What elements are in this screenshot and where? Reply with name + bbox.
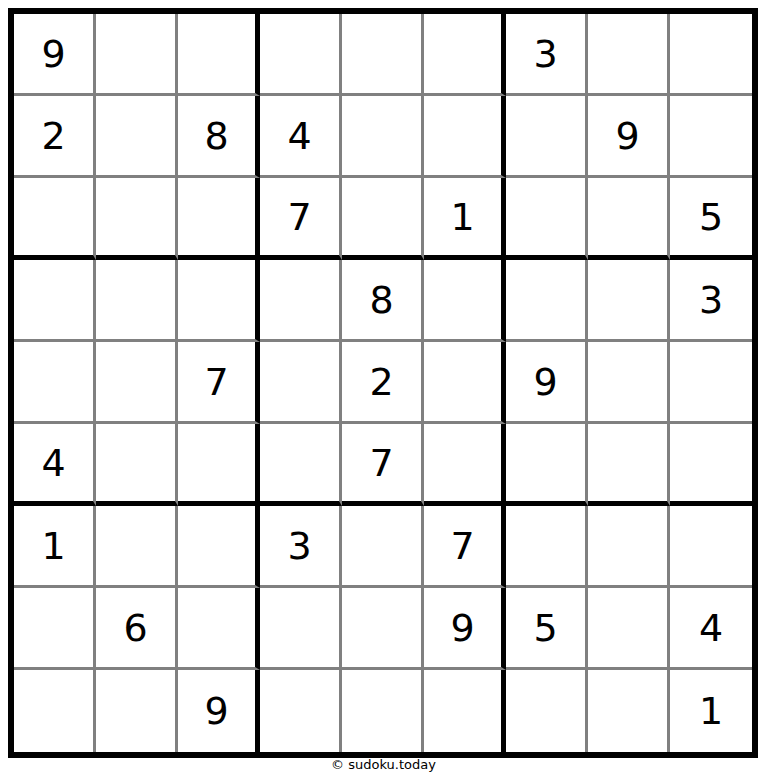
cell-r4c6[interactable]: [424, 260, 506, 342]
cell-r4c4[interactable]: [260, 260, 342, 342]
cell-r6c7[interactable]: [506, 424, 588, 506]
cell-r8c1[interactable]: [14, 588, 96, 670]
cell-r5c3: 7: [178, 342, 260, 424]
cell-r2c6[interactable]: [424, 96, 506, 178]
cell-r6c8[interactable]: [588, 424, 670, 506]
cell-r4c8[interactable]: [588, 260, 670, 342]
cell-r9c7[interactable]: [506, 670, 588, 752]
cell-r5c1[interactable]: [14, 342, 96, 424]
cell-r8c5[interactable]: [342, 588, 424, 670]
cell-r8c8[interactable]: [588, 588, 670, 670]
cell-r8c3[interactable]: [178, 588, 260, 670]
cell-r4c2[interactable]: [96, 260, 178, 342]
cell-r3c6: 1: [424, 178, 506, 260]
cell-r1c5[interactable]: [342, 14, 424, 96]
cell-r7c9[interactable]: [670, 506, 752, 588]
cell-r8c4[interactable]: [260, 588, 342, 670]
cell-r4c3[interactable]: [178, 260, 260, 342]
cell-r6c9[interactable]: [670, 424, 752, 506]
cell-r4c1[interactable]: [14, 260, 96, 342]
cell-r4c9: 3: [670, 260, 752, 342]
cell-r8c6: 9: [424, 588, 506, 670]
cell-r1c2[interactable]: [96, 14, 178, 96]
cell-r8c2: 6: [96, 588, 178, 670]
cell-r3c2[interactable]: [96, 178, 178, 260]
cell-r2c7[interactable]: [506, 96, 588, 178]
sudoku-grid: 9328497158372947137695491: [14, 14, 752, 752]
cell-r9c1[interactable]: [14, 670, 96, 752]
cell-r1c7: 3: [506, 14, 588, 96]
cell-r6c4[interactable]: [260, 424, 342, 506]
cell-r1c8[interactable]: [588, 14, 670, 96]
cell-r4c7[interactable]: [506, 260, 588, 342]
cell-r1c9[interactable]: [670, 14, 752, 96]
cell-r9c3: 9: [178, 670, 260, 752]
cell-r5c4[interactable]: [260, 342, 342, 424]
cell-r4c5: 8: [342, 260, 424, 342]
cell-r5c2[interactable]: [96, 342, 178, 424]
cell-r2c9[interactable]: [670, 96, 752, 178]
cell-r7c5[interactable]: [342, 506, 424, 588]
cell-r9c5[interactable]: [342, 670, 424, 752]
cell-r7c8[interactable]: [588, 506, 670, 588]
cell-r6c2[interactable]: [96, 424, 178, 506]
cell-r3c4: 7: [260, 178, 342, 260]
cell-r6c1: 4: [14, 424, 96, 506]
cell-r1c1: 9: [14, 14, 96, 96]
cell-r7c1: 1: [14, 506, 96, 588]
cell-r3c3[interactable]: [178, 178, 260, 260]
cell-r1c6[interactable]: [424, 14, 506, 96]
cell-r7c6: 7: [424, 506, 506, 588]
cell-r7c7[interactable]: [506, 506, 588, 588]
cell-r3c9: 5: [670, 178, 752, 260]
cell-r6c6[interactable]: [424, 424, 506, 506]
cell-r6c3[interactable]: [178, 424, 260, 506]
cell-r5c5: 2: [342, 342, 424, 424]
cell-r2c5[interactable]: [342, 96, 424, 178]
cell-r2c1: 2: [14, 96, 96, 178]
cell-r1c3[interactable]: [178, 14, 260, 96]
cell-r7c2[interactable]: [96, 506, 178, 588]
cell-r3c7[interactable]: [506, 178, 588, 260]
cell-r2c2[interactable]: [96, 96, 178, 178]
cell-r2c8: 9: [588, 96, 670, 178]
cell-r9c8[interactable]: [588, 670, 670, 752]
cell-r3c8[interactable]: [588, 178, 670, 260]
cell-r3c1[interactable]: [14, 178, 96, 260]
cell-r5c8[interactable]: [588, 342, 670, 424]
cell-r2c4: 4: [260, 96, 342, 178]
cell-r9c6[interactable]: [424, 670, 506, 752]
cell-r3c5[interactable]: [342, 178, 424, 260]
cell-r5c9[interactable]: [670, 342, 752, 424]
cell-r7c3[interactable]: [178, 506, 260, 588]
cell-r9c9: 1: [670, 670, 752, 752]
cell-r5c6[interactable]: [424, 342, 506, 424]
cell-r7c4: 3: [260, 506, 342, 588]
cell-r1c4[interactable]: [260, 14, 342, 96]
credit-text: © sudoku.today: [0, 757, 767, 772]
cell-r9c4[interactable]: [260, 670, 342, 752]
cell-r5c7: 9: [506, 342, 588, 424]
cell-r2c3: 8: [178, 96, 260, 178]
cell-r8c7: 5: [506, 588, 588, 670]
cell-r9c2[interactable]: [96, 670, 178, 752]
cell-r6c5: 7: [342, 424, 424, 506]
cell-r8c9: 4: [670, 588, 752, 670]
sudoku-board: 9328497158372947137695491: [8, 8, 758, 758]
